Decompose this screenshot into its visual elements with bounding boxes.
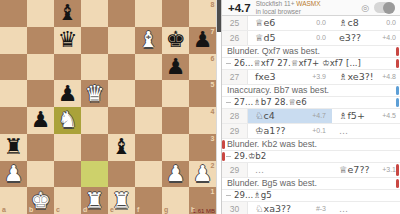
engine-info: Stockfish 11+ WASMX in local browser: [256, 0, 361, 15]
move-eval: #-3: [316, 202, 332, 214]
piece-black-bishop: ♝: [108, 134, 135, 161]
square-g5[interactable]: [162, 80, 189, 107]
square-f8[interactable]: [135, 0, 162, 27]
lichess-analysis-app: ♝8♛♝♚♟7♟6♟♛5♟♞4♜♝3♟♟♟2a♚bc♜d♜efgh1 1.61 …: [0, 0, 400, 214]
square-c6[interactable]: [54, 54, 81, 81]
move-black[interactable]: ...: [332, 124, 400, 138]
move-eval: +4.0: [382, 31, 400, 45]
move-row: 30♘xa3??#-3...: [222, 202, 400, 214]
square-a3[interactable]: ♜: [0, 134, 27, 161]
move-black[interactable]: ♕e7??+3.1: [332, 163, 400, 177]
square-a7[interactable]: [0, 27, 27, 54]
piece-black-king: ♚: [162, 27, 189, 54]
square-d7[interactable]: [81, 27, 108, 54]
comment-row: Blunder. Kb2 was best.: [222, 139, 400, 151]
coord-rank-2: 2: [211, 162, 215, 169]
move-white[interactable]: ♔a1??+0.1: [248, 124, 332, 138]
eval-gauge-black-part: [217, 0, 221, 32]
move-white[interactable]: ♕e60.0: [248, 16, 332, 30]
variation-tick: [226, 102, 231, 103]
square-f7[interactable]: ♝: [135, 27, 162, 54]
square-f2[interactable]: [135, 161, 162, 188]
move-eval: 0.0: [316, 31, 332, 45]
comment-text: Inaccuracy. Bb7 was best.: [227, 85, 329, 95]
move-number: 26: [222, 31, 248, 45]
square-g8[interactable]: [162, 0, 189, 27]
variation-text: 29...♗g5: [234, 190, 272, 201]
judgment-bar-red: [396, 47, 399, 56]
move-san: ♔a1??: [255, 124, 285, 138]
square-h7[interactable]: ♟7: [189, 27, 216, 54]
square-f4[interactable]: [135, 107, 162, 134]
square-a2[interactable]: ♟: [0, 161, 27, 188]
square-e3[interactable]: ♝: [108, 134, 135, 161]
judgment-bar-blue: [396, 98, 399, 107]
comment-row: Blunder. Qxf7 was best.: [222, 46, 400, 58]
comment-text: Blunder. Kb2 was best.: [227, 139, 317, 149]
engine-tech: WASMX: [296, 0, 320, 7]
move-white[interactable]: ♕d50.0: [248, 31, 332, 45]
square-g4[interactable]: [162, 107, 189, 134]
move-number: 30: [222, 202, 248, 214]
square-c4[interactable]: ♞: [54, 107, 81, 134]
piece-white-knight: ♞: [54, 107, 81, 134]
move-number: 29: [222, 124, 248, 138]
variation-text: 29.♔b2: [234, 151, 266, 162]
move-row: 29...♕e7??+3.1: [222, 163, 400, 178]
square-c8[interactable]: ♝: [54, 0, 81, 27]
move-san: ♘xa3??: [255, 202, 291, 214]
variation-row[interactable]: 29...♗g5: [222, 190, 400, 202]
coord-file-g: g: [164, 206, 168, 213]
square-b7[interactable]: [27, 27, 54, 54]
square-a1[interactable]: a: [0, 187, 27, 214]
move-number: 25: [222, 16, 248, 30]
engine-location: in local browser: [256, 8, 361, 15]
square-b6[interactable]: [27, 54, 54, 81]
coord-rank-6: 6: [211, 55, 215, 62]
analysis-panel: +4.7 Stockfish 11+ WASMX in local browse…: [221, 0, 400, 214]
coord-file-d: d: [83, 206, 87, 213]
square-e2[interactable]: [108, 161, 135, 188]
square-a5[interactable]: [0, 80, 27, 107]
variation-text: 27...♗b7 28.♕e6: [234, 97, 307, 108]
comment-text: Blunder. Qxf7 was best.: [227, 46, 320, 56]
variation-row[interactable]: 26...♕xf7 27.♕xf7+ ♔xf7 [...]: [222, 58, 400, 70]
piece-black-pawn: ♟: [27, 107, 54, 134]
square-c7[interactable]: ♛: [54, 27, 81, 54]
square-c2[interactable]: [54, 161, 81, 188]
square-h3[interactable]: 3: [189, 134, 216, 161]
engine-toggle-knob: [383, 2, 395, 14]
variation-row[interactable]: 29.♔b2: [222, 151, 400, 163]
square-d8[interactable]: [81, 0, 108, 27]
move-san: e3??: [339, 31, 361, 45]
square-e1[interactable]: ♜e: [108, 187, 135, 214]
coord-file-e: e: [110, 206, 114, 213]
square-e4[interactable]: [108, 107, 135, 134]
chess-board: ♝8♛♝♚♟7♟6♟♛5♟♞4♜♝3♟♟♟2a♚bc♜d♜efgh1 1.61 …: [0, 0, 216, 214]
move-black[interactable]: ...: [332, 202, 400, 214]
move-number: 29: [222, 163, 248, 177]
engine-download-size: 1.61 MB: [193, 208, 215, 214]
coord-file-f: f: [137, 206, 139, 213]
move-list: 25♕e60.0♗c80.026♕d50.0e3??+4.0Blunder. Q…: [222, 16, 400, 214]
square-b3[interactable]: [27, 134, 54, 161]
variation-tick: [226, 195, 231, 196]
move-san: ♘c4: [255, 109, 275, 123]
square-h2[interactable]: ♟2: [189, 161, 216, 188]
move-eval: +3.9: [312, 70, 332, 84]
square-g1[interactable]: g: [162, 187, 189, 214]
coord-rank-3: 3: [211, 135, 215, 142]
piece-black-bishop: ♝: [54, 0, 81, 27]
move-number: 28: [222, 109, 248, 123]
engine-header: +4.7 Stockfish 11+ WASMX in local browse…: [222, 0, 400, 16]
square-b1[interactable]: ♚b: [27, 187, 54, 214]
square-a6[interactable]: [0, 54, 27, 81]
coord-file-c: c: [56, 206, 60, 213]
move-row: 25♕e60.0♗c80.0: [222, 16, 400, 31]
judgment-bar-blue: [396, 86, 399, 95]
variation-row[interactable]: 27...♗b7 28.♕e6: [222, 97, 400, 109]
practice-target-icon[interactable]: ◎: [361, 3, 369, 13]
move-eval: 0.0: [386, 16, 400, 30]
move-white[interactable]: ♘c4+4.7: [248, 109, 332, 123]
eval-gauge: [216, 0, 221, 214]
piece-black-pawn: ♟: [54, 80, 81, 107]
square-d2[interactable]: [81, 161, 108, 188]
square-c3[interactable]: [54, 134, 81, 161]
engine-toggle[interactable]: [374, 2, 395, 13]
piece-white-bishop: ♝: [135, 27, 162, 54]
move-row: 26♕d50.0e3??+4.0: [222, 31, 400, 46]
piece-white-pawn: ♟: [162, 161, 189, 188]
comment-text: Blunder. Bg5 was best.: [227, 178, 317, 188]
move-number: 27: [222, 70, 248, 84]
square-h8[interactable]: 8: [189, 0, 216, 27]
piece-white-queen: ♛: [81, 80, 108, 107]
square-f6[interactable]: [135, 54, 162, 81]
move-black[interactable]: ♗f5++4.5: [332, 109, 400, 123]
comment-row: Inaccuracy. Bb7 was best.: [222, 85, 400, 97]
square-d5[interactable]: ♛: [81, 80, 108, 107]
coord-file-a: a: [2, 206, 6, 213]
square-b2[interactable]: [27, 161, 54, 188]
piece-black-rook: ♜: [0, 134, 27, 161]
move-black[interactable]: ♗xe3?!+4.8: [332, 70, 400, 84]
square-d6[interactable]: [81, 54, 108, 81]
coord-rank-5: 5: [211, 81, 215, 88]
square-e8[interactable]: [108, 0, 135, 27]
square-c1[interactable]: c: [54, 187, 81, 214]
square-g3[interactable]: [162, 134, 189, 161]
judgment-bar-red: [222, 152, 225, 161]
move-san: ...: [255, 163, 264, 177]
judgment-bar-red: [222, 140, 225, 149]
move-san: ...: [339, 202, 348, 214]
square-e7[interactable]: [108, 27, 135, 54]
move-eval: +4.8: [382, 70, 400, 84]
judgment-bar-red: [396, 164, 399, 176]
square-h6[interactable]: 6: [189, 54, 216, 81]
move-white[interactable]: ♘xa3??#-3: [248, 202, 332, 214]
move-row: 28♘c4+4.7♗f5++4.5: [222, 109, 400, 124]
coord-rank-1: 1: [211, 188, 215, 195]
move-san: ♗c8: [339, 16, 359, 30]
variation-tick: [226, 156, 231, 157]
coord-file-b: b: [29, 206, 33, 213]
piece-white-pawn: ♟: [0, 161, 27, 188]
square-c5[interactable]: ♟: [54, 80, 81, 107]
engine-name: Stockfish 11+: [256, 0, 295, 7]
move-san: ♕e6: [255, 16, 275, 30]
move-eval: 0.0: [316, 16, 332, 30]
comment-row: Blunder. Bg5 was best.: [222, 178, 400, 190]
square-b4[interactable]: ♟: [27, 107, 54, 134]
square-d3[interactable]: [81, 134, 108, 161]
square-h5[interactable]: 5: [189, 80, 216, 107]
square-b8[interactable]: [27, 0, 54, 27]
square-d4[interactable]: [81, 107, 108, 134]
move-eval: +4.7: [312, 109, 332, 123]
square-e5[interactable]: [108, 80, 135, 107]
variation-tick: [226, 63, 231, 64]
move-san: ♕e7??: [339, 163, 370, 177]
move-white[interactable]: ...: [248, 163, 332, 177]
move-san: ♗xe3?!: [339, 70, 374, 84]
square-g7[interactable]: ♚: [162, 27, 189, 54]
move-eval: +0.1: [312, 124, 332, 138]
piece-black-pawn: ♟: [162, 54, 189, 81]
square-d1[interactable]: ♜d: [81, 187, 108, 214]
move-black[interactable]: e3??+4.0: [332, 31, 400, 45]
move-row: 27fxe3+3.9♗xe3?!+4.8: [222, 70, 400, 85]
square-f3[interactable]: [135, 134, 162, 161]
coord-rank-7: 7: [211, 28, 215, 35]
move-san: ♗f5+: [339, 109, 365, 123]
coord-rank-8: 8: [211, 1, 215, 8]
square-h4[interactable]: 4: [189, 107, 216, 134]
square-a4[interactable]: [0, 107, 27, 134]
board-grid: ♝8♛♝♚♟7♟6♟♛5♟♞4♜♝3♟♟♟2a♚bc♜d♜efgh1: [0, 0, 216, 214]
move-eval: +4.5: [382, 109, 400, 123]
square-e6[interactable]: [108, 54, 135, 81]
piece-black-queen: ♛: [54, 27, 81, 54]
coord-rank-4: 4: [211, 108, 215, 115]
square-f1[interactable]: f: [135, 187, 162, 214]
move-black[interactable]: ♗c80.0: [332, 16, 400, 30]
square-g2[interactable]: ♟: [162, 161, 189, 188]
move-san: fxe3: [255, 70, 276, 84]
square-b5[interactable]: [27, 80, 54, 107]
move-san: ♕d5: [255, 31, 276, 45]
judgment-bar-red: [396, 179, 399, 188]
engine-eval: +4.7: [222, 2, 256, 14]
variation-text: 26...♕xf7 27.♕xf7+ ♔xf7 [...]: [234, 58, 361, 69]
judgment-bar-red: [396, 59, 399, 68]
move-row: 29♔a1??+0.1...: [222, 124, 400, 139]
square-g6[interactable]: ♟: [162, 54, 189, 81]
square-a8[interactable]: [0, 0, 27, 27]
move-white[interactable]: fxe3+3.9: [248, 70, 332, 84]
move-san: ...: [339, 124, 348, 138]
square-f5[interactable]: [135, 80, 162, 107]
